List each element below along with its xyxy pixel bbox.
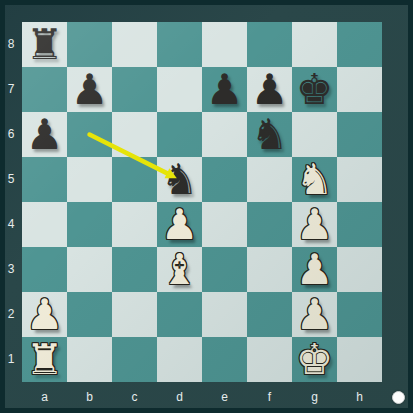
black-knight-d5[interactable]: ♞ bbox=[161, 159, 199, 201]
rank-label-6: 6 bbox=[0, 112, 22, 157]
rank-label-2: 2 bbox=[0, 292, 22, 337]
square-g4[interactable]: ♟ bbox=[292, 202, 337, 247]
square-d3[interactable]: ♝ bbox=[157, 247, 202, 292]
square-f7[interactable]: ♟ bbox=[247, 67, 292, 112]
square-b2[interactable] bbox=[67, 292, 112, 337]
square-b4[interactable] bbox=[67, 202, 112, 247]
chess-board: ♜♟♟♟♚♟♞♞♞♟♟♝♟♟♟♜♚ bbox=[22, 22, 382, 382]
square-h3[interactable] bbox=[337, 247, 382, 292]
square-g7[interactable]: ♚ bbox=[292, 67, 337, 112]
white-bishop-d3[interactable]: ♝ bbox=[161, 249, 199, 291]
square-h7[interactable] bbox=[337, 67, 382, 112]
square-h1[interactable] bbox=[337, 337, 382, 382]
square-f2[interactable] bbox=[247, 292, 292, 337]
square-e4[interactable] bbox=[202, 202, 247, 247]
square-e3[interactable] bbox=[202, 247, 247, 292]
square-d5[interactable]: ♞ bbox=[157, 157, 202, 202]
black-king-g7[interactable]: ♚ bbox=[296, 69, 334, 111]
rank-label-3: 3 bbox=[0, 247, 22, 292]
board-frame: 87654321 abcdefgh ♜♟♟♟♚♟♞♞♞♟♟♝♟♟♟♜♚ bbox=[0, 0, 413, 413]
square-f8[interactable] bbox=[247, 22, 292, 67]
file-label-e: e bbox=[202, 382, 247, 413]
rank-label-5: 5 bbox=[0, 157, 22, 202]
square-c6[interactable] bbox=[112, 112, 157, 157]
square-b7[interactable]: ♟ bbox=[67, 67, 112, 112]
square-d7[interactable] bbox=[157, 67, 202, 112]
square-g5[interactable]: ♞ bbox=[292, 157, 337, 202]
square-g6[interactable] bbox=[292, 112, 337, 157]
square-a7[interactable] bbox=[22, 67, 67, 112]
black-rook-a8[interactable]: ♜ bbox=[26, 24, 64, 66]
square-h8[interactable] bbox=[337, 22, 382, 67]
square-c4[interactable] bbox=[112, 202, 157, 247]
file-label-b: b bbox=[67, 382, 112, 413]
rank-label-4: 4 bbox=[0, 202, 22, 247]
square-h6[interactable] bbox=[337, 112, 382, 157]
file-label-c: c bbox=[112, 382, 157, 413]
square-g1[interactable]: ♚ bbox=[292, 337, 337, 382]
file-label-h: h bbox=[337, 382, 382, 413]
black-pawn-b7[interactable]: ♟ bbox=[71, 69, 109, 111]
square-f1[interactable] bbox=[247, 337, 292, 382]
black-pawn-a6[interactable]: ♟ bbox=[26, 114, 64, 156]
file-label-d: d bbox=[157, 382, 202, 413]
white-pawn-g3[interactable]: ♟ bbox=[296, 249, 334, 291]
white-king-g1[interactable]: ♚ bbox=[296, 339, 334, 381]
square-f3[interactable] bbox=[247, 247, 292, 292]
square-e5[interactable] bbox=[202, 157, 247, 202]
square-a2[interactable]: ♟ bbox=[22, 292, 67, 337]
file-labels: abcdefgh bbox=[22, 382, 382, 413]
square-e8[interactable] bbox=[202, 22, 247, 67]
square-f4[interactable] bbox=[247, 202, 292, 247]
square-e7[interactable]: ♟ bbox=[202, 67, 247, 112]
square-c8[interactable] bbox=[112, 22, 157, 67]
square-h4[interactable] bbox=[337, 202, 382, 247]
square-d1[interactable] bbox=[157, 337, 202, 382]
white-pawn-d4[interactable]: ♟ bbox=[161, 204, 199, 246]
black-pawn-e7[interactable]: ♟ bbox=[206, 69, 244, 111]
black-knight-f6[interactable]: ♞ bbox=[251, 114, 289, 156]
file-label-f: f bbox=[247, 382, 292, 413]
square-h5[interactable] bbox=[337, 157, 382, 202]
square-a6[interactable]: ♟ bbox=[22, 112, 67, 157]
square-f6[interactable]: ♞ bbox=[247, 112, 292, 157]
square-c2[interactable] bbox=[112, 292, 157, 337]
square-b5[interactable] bbox=[67, 157, 112, 202]
square-a3[interactable] bbox=[22, 247, 67, 292]
square-c7[interactable] bbox=[112, 67, 157, 112]
square-a5[interactable] bbox=[22, 157, 67, 202]
white-pawn-g4[interactable]: ♟ bbox=[296, 204, 334, 246]
square-b8[interactable] bbox=[67, 22, 112, 67]
square-b1[interactable] bbox=[67, 337, 112, 382]
square-b3[interactable] bbox=[67, 247, 112, 292]
square-f5[interactable] bbox=[247, 157, 292, 202]
square-a4[interactable] bbox=[22, 202, 67, 247]
white-knight-g5[interactable]: ♞ bbox=[296, 159, 334, 201]
square-e6[interactable] bbox=[202, 112, 247, 157]
square-e1[interactable] bbox=[202, 337, 247, 382]
file-label-g: g bbox=[292, 382, 337, 413]
white-pawn-g2[interactable]: ♟ bbox=[296, 294, 334, 336]
square-d2[interactable] bbox=[157, 292, 202, 337]
square-d8[interactable] bbox=[157, 22, 202, 67]
rank-labels: 87654321 bbox=[0, 22, 22, 382]
square-g2[interactable]: ♟ bbox=[292, 292, 337, 337]
square-g3[interactable]: ♟ bbox=[292, 247, 337, 292]
rank-label-7: 7 bbox=[0, 67, 22, 112]
rank-label-1: 1 bbox=[0, 337, 22, 382]
square-c3[interactable] bbox=[112, 247, 157, 292]
white-rook-a1[interactable]: ♜ bbox=[26, 339, 64, 381]
square-d6[interactable] bbox=[157, 112, 202, 157]
rank-label-8: 8 bbox=[0, 22, 22, 67]
square-a8[interactable]: ♜ bbox=[22, 22, 67, 67]
square-d4[interactable]: ♟ bbox=[157, 202, 202, 247]
square-h2[interactable] bbox=[337, 292, 382, 337]
white-pawn-a2[interactable]: ♟ bbox=[26, 294, 64, 336]
square-e2[interactable] bbox=[202, 292, 247, 337]
file-label-a: a bbox=[22, 382, 67, 413]
white-to-move-indicator bbox=[392, 391, 405, 404]
black-pawn-f7[interactable]: ♟ bbox=[251, 69, 289, 111]
square-a1[interactable]: ♜ bbox=[22, 337, 67, 382]
square-g8[interactable] bbox=[292, 22, 337, 67]
square-c5[interactable] bbox=[112, 157, 157, 202]
square-b6[interactable] bbox=[67, 112, 112, 157]
square-c1[interactable] bbox=[112, 337, 157, 382]
